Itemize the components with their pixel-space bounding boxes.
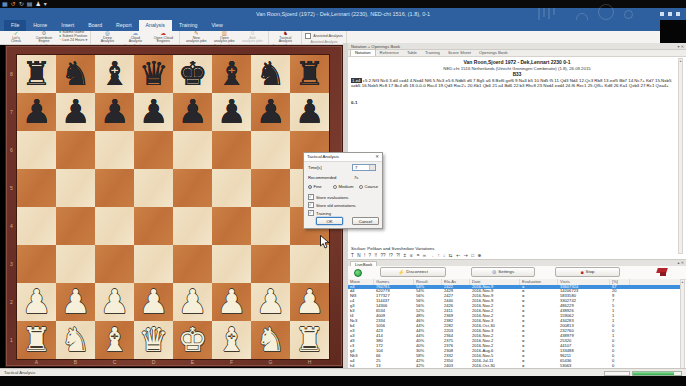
- piece-white-knight[interactable]: ♞: [56, 321, 95, 359]
- annotation-symbol[interactable]: ?!: [396, 252, 400, 259]
- stop-button[interactable]: ■Stop: [555, 267, 620, 277]
- checkbox-training[interactable]: Training: [308, 210, 331, 216]
- square-e2[interactable]: ♟: [173, 283, 212, 321]
- square-b8[interactable]: ♞: [56, 55, 95, 93]
- livebook-toolbar: ⚡Disconnect ⚙Settings ■Stop: [348, 266, 686, 280]
- file-label-d: D: [134, 359, 173, 365]
- cancel-button[interactable]: Cancel: [352, 217, 379, 225]
- time-label: Time[s]: [308, 165, 322, 170]
- square-b2[interactable]: ♟: [56, 283, 95, 321]
- ribbon-group-analysis-jobs: ✎New analysis jobs▥Open analysis jobs⚙Ad…: [180, 31, 269, 44]
- piece-white-pawn[interactable]: ♟: [212, 283, 251, 321]
- ribbon-tab-analysis[interactable]: Analysis: [139, 20, 172, 31]
- notation-tab-table[interactable]: Table: [403, 50, 421, 57]
- piece-black-pawn[interactable]: ♟: [290, 93, 329, 131]
- close-icon[interactable]: [676, 12, 680, 16]
- rank-label-5: 5: [6, 185, 17, 191]
- annotation-symbol[interactable]: N: [357, 252, 360, 259]
- file-label-h: H: [290, 359, 329, 365]
- square-g1[interactable]: ♞: [251, 321, 290, 359]
- bottom-video-bar: [0, 376, 686, 386]
- game-result: 0-1: [351, 100, 357, 105]
- minimize-icon[interactable]: [660, 12, 664, 16]
- piece-black-pawn[interactable]: ♟: [56, 93, 95, 131]
- piece-black-bishop[interactable]: ♝: [95, 55, 134, 93]
- square-e7[interactable]: ♟: [173, 93, 212, 131]
- livebook-logo-icon: [655, 267, 670, 278]
- square-f1[interactable]: ♝: [212, 321, 251, 359]
- current-move[interactable]: 1.e4: [351, 78, 362, 83]
- last-24-hours-button[interactable]: ◔Last 24 Hours ▾: [59, 39, 87, 43]
- dialog-title-bar[interactable]: Tactical Analysis ✕: [304, 153, 382, 162]
- ribbon-tab-bar: FileHomeInsertBoardReportAnalysisTrainin…: [0, 20, 686, 31]
- ribbon-group-tactical-analysis: ♞Tactical AnalysisTactical Analysis: [269, 31, 302, 44]
- square-e4[interactable]: [173, 207, 212, 245]
- ribbon-tab-home[interactable]: Home: [26, 20, 54, 31]
- notation-tab-openings-book[interactable]: Openings Book: [475, 50, 512, 57]
- piece-black-pawn[interactable]: ♟: [95, 93, 134, 131]
- game-eco-code: B33: [348, 72, 686, 77]
- annotation-symbol[interactable]: ∞: [423, 252, 426, 259]
- annotation-symbol[interactable]: ↑: [437, 252, 439, 259]
- piece-white-pawn[interactable]: ♟: [173, 283, 212, 321]
- livebook-table: e476078154%24222016-Nov-9=3360792467d462…: [348, 285, 680, 369]
- radio-icon: [359, 185, 363, 189]
- square-a7[interactable]: ♟: [17, 93, 56, 131]
- file-label-e: E: [173, 359, 212, 365]
- notation-tab-training[interactable]: Training: [421, 50, 444, 57]
- maximize-icon[interactable]: [668, 12, 672, 16]
- square-f8[interactable]: ♝: [212, 55, 251, 93]
- square-d4[interactable]: [134, 207, 173, 245]
- piece-black-king[interactable]: ♚: [173, 55, 212, 93]
- piece-black-rook[interactable]: ♜: [17, 55, 56, 93]
- recommended-value: 7s: [354, 175, 358, 180]
- square-c1[interactable]: ♝: [95, 321, 134, 359]
- square-a1[interactable]: ♜: [17, 321, 56, 359]
- title-bar: Van Roon,Sjoerd (1972) - Dek,Lennart (22…: [0, 8, 686, 20]
- tactical-analysis-dialog: Tactical Analysis ✕ Time[s] 7 Recommende…: [303, 152, 383, 229]
- dialog-title: Tactical Analysis: [307, 154, 339, 159]
- disconnect-button[interactable]: ⚡Disconnect: [380, 267, 446, 277]
- square-b3[interactable]: [56, 245, 95, 283]
- piece-white-rook[interactable]: ♜: [290, 321, 329, 359]
- assisted-analysis-checkbox[interactable]: Assisted Analysis: [305, 33, 342, 39]
- ribbon-tab-training[interactable]: Training: [172, 20, 205, 31]
- time-input[interactable]: 7: [352, 164, 376, 171]
- settings-button[interactable]: ⚙Settings: [471, 267, 535, 277]
- square-f2[interactable]: ♟: [212, 283, 251, 321]
- annotation-symbol[interactable]: +-: [456, 252, 460, 259]
- right-panel: Notation + Openings Book ▾ ✕ NotationRef…: [348, 43, 686, 368]
- piece-black-pawn[interactable]: ♟: [17, 93, 56, 131]
- square-c6[interactable]: [95, 131, 134, 169]
- titlebar-decor-pattern: [536, 8, 656, 20]
- rank-label-4: 4: [6, 223, 17, 229]
- quick-access-toolbar: ▦↺↻▤♟▾: [2, 0, 47, 8]
- checkbox-icon: [308, 202, 314, 208]
- piece-black-pawn[interactable]: ♟: [251, 93, 290, 131]
- file-label-f: F: [212, 359, 251, 365]
- rank-label-8: 8: [6, 71, 17, 77]
- new-analysis-jobs-button[interactable]: ✎New analysis jobs: [183, 31, 209, 44]
- radio-icon: [333, 185, 337, 189]
- piece-white-bishop[interactable]: ♝: [212, 321, 251, 359]
- spinner-arrows[interactable]: [369, 165, 375, 170]
- add-analysis-jobs-button: ⚙Add analysis jobs: [239, 31, 265, 44]
- mouse-cursor: [320, 235, 330, 253]
- piece-black-queen[interactable]: ♛: [134, 55, 173, 93]
- ribbon-group-assisted-analysis: Assisted AnalysisAssisted Analysis: [302, 31, 346, 44]
- annotation-symbol[interactable]: ⇆: [449, 252, 453, 259]
- piece-black-rook[interactable]: ♜: [290, 55, 329, 93]
- annotation-symbol[interactable]: ±: [403, 252, 406, 259]
- radio-fine[interactable]: Fine: [308, 184, 322, 189]
- square-a8[interactable]: ♜: [17, 55, 56, 93]
- annotation-symbol[interactable]: →: [429, 252, 434, 259]
- annotation-symbol[interactable]: ?: [369, 252, 372, 259]
- square-a6[interactable]: [17, 131, 56, 169]
- rank-label-7: 7: [6, 109, 17, 115]
- undo-icon[interactable]: ↺: [11, 0, 16, 8]
- piece-black-pawn[interactable]: ♟: [173, 93, 212, 131]
- square-c5[interactable]: [95, 169, 134, 207]
- notation-tab-reference[interactable]: Reference: [376, 50, 403, 57]
- piece-white-pawn[interactable]: ♟: [95, 283, 134, 321]
- piece-white-pawn[interactable]: ♟: [251, 283, 290, 321]
- annotation-symbol[interactable]: ↓: [443, 252, 445, 259]
- ribbon-group-let-s-check: ✓Let's Check⚙Contribute Engine●Submit Ga…: [0, 31, 91, 44]
- piece-white-knight[interactable]: ♞: [251, 321, 290, 359]
- panel-undock-icon[interactable]: ▾: [678, 44, 680, 49]
- piece-black-knight[interactable]: ♞: [251, 55, 290, 93]
- piece-white-pawn[interactable]: ♟: [17, 283, 56, 321]
- annotation-symbol[interactable]: !?: [389, 252, 393, 259]
- redo-icon[interactable]: ↻: [19, 0, 24, 8]
- square-g6[interactable]: [251, 131, 290, 169]
- chess-board-frame: ♜♞♝♛♚♝♞♜♟♟♟♟♟♟♟♟♟♟♟♟♟♟♟♟♜♞♝♛♚♝♞♜ 8765432…: [5, 45, 343, 367]
- square-g8[interactable]: ♞: [251, 55, 290, 93]
- square-c3[interactable]: [95, 245, 134, 283]
- open-cloud-engines-button[interactable]: ☁Open Cloud Engines: [150, 31, 176, 44]
- square-f6[interactable]: [212, 131, 251, 169]
- square-e5[interactable]: [173, 169, 212, 207]
- plug-icon: ⚡: [398, 269, 404, 275]
- piece-white-queen[interactable]: ♛: [134, 321, 173, 359]
- piece-white-king[interactable]: ♚: [173, 321, 212, 359]
- game-header-players: Van Roon,Sjoerd 1972 - Dek,Lennart 2230 …: [348, 59, 686, 65]
- annotation-symbol[interactable]: T: [351, 252, 354, 259]
- connection-status-icon: [354, 269, 362, 277]
- square-g2[interactable]: ♟: [251, 283, 290, 321]
- panel-close-icon[interactable]: ✕: [681, 44, 684, 49]
- file-label-c: C: [95, 359, 134, 365]
- square-d8[interactable]: ♛: [134, 55, 173, 93]
- clock-icon: ◔: [59, 38, 61, 42]
- checkbox-icon: [305, 33, 311, 39]
- checkbox-store-evaluations[interactable]: Store evaluations: [308, 194, 348, 200]
- contribute-engine-button[interactable]: ⚙Contribute Engine: [31, 31, 57, 44]
- annotation-symbol[interactable]: □: [471, 252, 474, 259]
- lets-check-button[interactable]: ✓Let's Check: [3, 31, 29, 44]
- square-h7[interactable]: ♟: [290, 93, 329, 131]
- rank-label-6: 6: [6, 147, 17, 153]
- notation-tab-notation[interactable]: Notation: [350, 49, 376, 57]
- piece-white-pawn[interactable]: ♟: [56, 283, 95, 321]
- radio-icon: [308, 185, 312, 189]
- annotation-symbol[interactable]: ⊕: [477, 252, 481, 259]
- wrench-icon: ⚙: [492, 269, 496, 275]
- tactical-analysis-button[interactable]: ♞Tactical Analysis: [272, 31, 298, 44]
- radio-coarse[interactable]: Coarse: [359, 184, 378, 189]
- square-d2[interactable]: ♟: [134, 283, 173, 321]
- annotation-symbol[interactable]: -+: [464, 252, 468, 259]
- pawn-icon[interactable]: ♟: [35, 0, 40, 8]
- square-e3[interactable]: [173, 245, 212, 283]
- radio-medium[interactable]: Medium: [333, 184, 353, 189]
- ribbon-right-gap: [660, 20, 686, 45]
- square-b5[interactable]: [56, 169, 95, 207]
- deep-analysis-button[interactable]: ◎Deep Analysis: [94, 31, 120, 44]
- square-a3[interactable]: [17, 245, 56, 283]
- square-b1[interactable]: ♞: [56, 321, 95, 359]
- recommended-label: Recommended: [308, 175, 336, 180]
- checkbox-store-old-annotations[interactable]: Store old annotations: [308, 202, 356, 208]
- piece-white-pawn[interactable]: ♟: [290, 283, 329, 321]
- open-analysis-jobs-button[interactable]: ▥Open analysis jobs: [211, 31, 237, 44]
- chessbase-window: ▦↺↻▤♟▾ Van Roon,Sjoerd (1972) - Dek,Lenn…: [0, 0, 686, 386]
- square-b4[interactable]: [56, 207, 95, 245]
- game-header-event: NED-cht 1516 Netherlands (Utrecht Gronin…: [348, 66, 686, 71]
- opening-name: Sicilian: Pelikan and Sveshnikov Variati…: [351, 246, 434, 251]
- square-g3[interactable]: [251, 245, 290, 283]
- square-h1[interactable]: ♜: [290, 321, 329, 359]
- notation-tab-bar: NotationReferenceTableTrainingScore Shee…: [348, 50, 686, 57]
- status-bar: Tactical Analysis: [0, 368, 686, 376]
- square-e1[interactable]: ♚: [173, 321, 212, 359]
- piece-black-knight[interactable]: ♞: [56, 55, 95, 93]
- piece-black-bishop[interactable]: ♝: [212, 55, 251, 93]
- square-a5[interactable]: [17, 169, 56, 207]
- square-f3[interactable]: [212, 245, 251, 283]
- square-g7[interactable]: ♟: [251, 93, 290, 131]
- square-h2[interactable]: ♟: [290, 283, 329, 321]
- square-c8[interactable]: ♝: [95, 55, 134, 93]
- progress-label-box: [604, 371, 630, 376]
- livebook-close-icon[interactable]: ✕: [681, 260, 684, 265]
- square-d1[interactable]: ♛: [134, 321, 173, 359]
- dialog-close-icon[interactable]: ✕: [375, 153, 379, 161]
- piece-black-pawn[interactable]: ♟: [134, 93, 173, 131]
- rank-label-3: 3: [6, 261, 17, 267]
- square-f7[interactable]: ♟: [212, 93, 251, 131]
- ribbon-group-deep-analysis: ◎Deep Analysis☁Cloud Analysis☁Open Cloud…: [91, 31, 180, 44]
- annotation-symbol[interactable]: =: [417, 252, 420, 259]
- square-b7[interactable]: ♟: [56, 93, 95, 131]
- file-label-a: A: [17, 359, 56, 365]
- piece-white-pawn[interactable]: ♟: [134, 283, 173, 321]
- rank-label-1: 1: [6, 337, 17, 343]
- notation-moves[interactable]: 1.e4 c5 2.Nf3 Nc6 3.d4 cxd4 4.Nxd4 Nf6 5…: [351, 78, 675, 89]
- square-a4[interactable]: [17, 207, 56, 245]
- livebook-undock-icon[interactable]: ▴: [678, 260, 680, 265]
- square-d5[interactable]: [134, 169, 173, 207]
- annotation-toolbar: TN!?!!??!??!±∓=∞→↑↓⇆+--+□⊕: [351, 252, 681, 259]
- file-label-b: B: [56, 359, 95, 365]
- piece-white-bishop[interactable]: ♝: [95, 321, 134, 359]
- app-logo-icon[interactable]: ▦: [2, 0, 8, 8]
- piece-white-rook[interactable]: ♜: [17, 321, 56, 359]
- ok-button[interactable]: OK: [316, 217, 343, 225]
- checkbox-icon: [308, 210, 314, 216]
- stop-icon: ■: [580, 269, 583, 275]
- chess-board[interactable]: ♜♞♝♛♚♝♞♜♟♟♟♟♟♟♟♟♟♟♟♟♟♟♟♟♜♞♝♛♚♝♞♜: [17, 55, 329, 359]
- top-video-bar: ▦↺↻▤♟▾: [0, 0, 686, 8]
- square-c4[interactable]: [95, 207, 134, 245]
- square-h8[interactable]: ♜: [290, 55, 329, 93]
- file-label-g: G: [251, 359, 290, 365]
- livebook-scrollbar[interactable]: ▲: [680, 279, 685, 369]
- square-e6[interactable]: [173, 131, 212, 169]
- square-g5[interactable]: [251, 169, 290, 207]
- square-e8[interactable]: ♚: [173, 55, 212, 93]
- square-d3[interactable]: [134, 245, 173, 283]
- square-b6[interactable]: [56, 131, 95, 169]
- square-c7[interactable]: ♟: [95, 93, 134, 131]
- square-a2[interactable]: ♟: [17, 283, 56, 321]
- piece-black-pawn[interactable]: ♟: [212, 93, 251, 131]
- rank-label-2: 2: [6, 299, 17, 305]
- square-c2[interactable]: ♟: [95, 283, 134, 321]
- square-d6[interactable]: [134, 131, 173, 169]
- annotation-symbol[interactable]: ??: [381, 252, 386, 259]
- annotation-symbol[interactable]: ∓: [409, 252, 413, 259]
- square-d7[interactable]: ♟: [134, 93, 173, 131]
- dropdown-icon[interactable]: ▾: [44, 0, 47, 8]
- checkbox-icon: [308, 194, 314, 200]
- cloud-analysis-button[interactable]: ☁Cloud Analysis: [122, 31, 148, 44]
- notation-tab-score-sheet[interactable]: Score Sheet: [444, 50, 475, 57]
- notation-scrollbar[interactable]: ▲: [678, 58, 683, 254]
- annotation-symbol[interactable]: !: [364, 252, 365, 259]
- annotation-symbol[interactable]: !!: [375, 252, 378, 259]
- livebook-progress-bar: [632, 371, 682, 376]
- square-f5[interactable]: [212, 169, 251, 207]
- square-g4[interactable]: [251, 207, 290, 245]
- square-f4[interactable]: [212, 207, 251, 245]
- board-icon[interactable]: ▤: [27, 0, 33, 8]
